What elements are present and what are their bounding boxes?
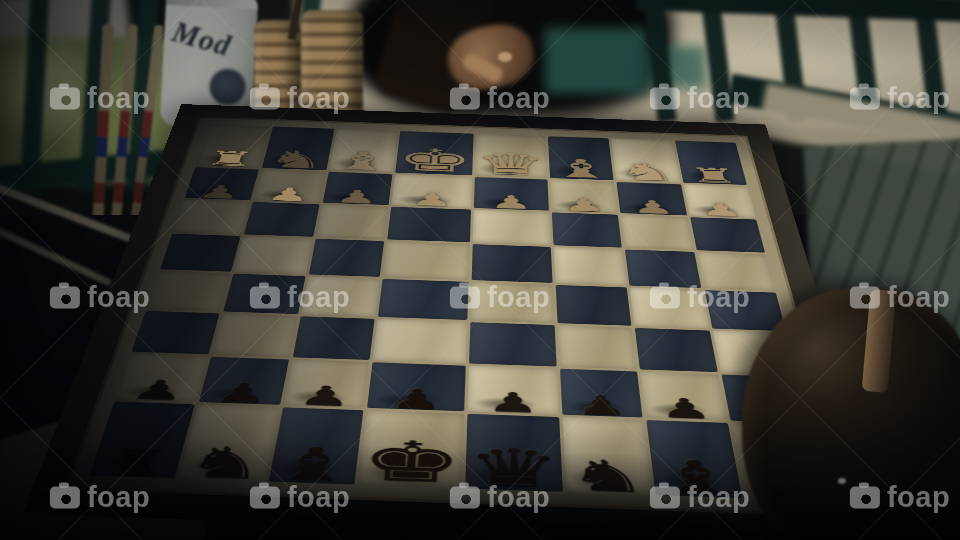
square-r3c3[interactable] <box>383 241 470 279</box>
square-r1c1[interactable]: ♟ <box>254 170 326 203</box>
square-r5c4[interactable] <box>469 322 556 367</box>
square-r4c6[interactable] <box>630 287 709 328</box>
square-r0c3[interactable]: ♚ <box>395 131 473 175</box>
square-r0c5[interactable]: ♝ <box>548 136 614 180</box>
piece-white-pawn[interactable]: ♟ <box>562 196 606 215</box>
square-r7c1[interactable]: ♞ <box>179 404 280 481</box>
piece-white-pawn[interactable]: ♟ <box>195 183 243 202</box>
board-grid: ♜♞♝♚♛♝♞♜♟♟♟♟♟♟♟♟♟♟♟♟♟♟♟♟♜♞♝♚♛♞♝♜ <box>89 124 832 501</box>
large-dark-carved-piece <box>742 288 960 540</box>
square-r5c6[interactable] <box>635 328 717 373</box>
piece-black-pawn[interactable]: ♟ <box>389 386 443 413</box>
square-r7c0[interactable]: ♜ <box>89 401 195 478</box>
piece-white-rook[interactable]: ♜ <box>687 166 741 187</box>
square-r0c2[interactable]: ♝ <box>329 129 398 173</box>
square-r2c5[interactable] <box>552 212 622 247</box>
square-r3c4[interactable] <box>472 244 553 282</box>
square-r2c4[interactable] <box>473 209 551 245</box>
square-r3c7[interactable] <box>697 252 775 290</box>
piece-white-king[interactable]: ♚ <box>395 145 473 177</box>
photo-scene: Mod ♜♞♝♚♛♝♞♜♟♟♟♟♟♟♟♟♟♟♟♟♟♟♟♟♜♞♝♚♛♞♝♜ foa… <box>0 0 960 540</box>
square-r0c7[interactable]: ♜ <box>675 141 747 185</box>
square-r7c6[interactable]: ♝ <box>647 420 742 498</box>
piece-white-pawn[interactable]: ♟ <box>410 190 454 209</box>
piece-white-knight[interactable]: ♞ <box>616 159 678 184</box>
square-r3c6[interactable] <box>625 250 701 288</box>
square-r3c0[interactable] <box>160 234 241 272</box>
square-r2c6[interactable] <box>621 215 694 251</box>
square-r1c6[interactable]: ♟ <box>617 182 687 215</box>
square-r6c0[interactable]: ♟ <box>115 354 208 402</box>
square-r3c2[interactable] <box>309 239 385 277</box>
piece-black-knight[interactable]: ♞ <box>567 454 649 498</box>
square-r6c3[interactable]: ♟ <box>367 363 466 411</box>
square-r4c4[interactable] <box>471 282 555 323</box>
square-r0c4[interactable]: ♛ <box>475 134 547 178</box>
piece-white-pawn[interactable]: ♟ <box>334 188 380 207</box>
square-r6c1[interactable]: ♟ <box>199 357 288 405</box>
square-r5c3[interactable] <box>373 319 468 364</box>
piece-white-pawn[interactable]: ♟ <box>490 193 533 212</box>
square-r7c4[interactable]: ♛ <box>465 414 562 492</box>
square-r1c7[interactable]: ♟ <box>683 184 755 217</box>
square-r4c3[interactable] <box>378 279 469 320</box>
piece-black-pawn[interactable]: ♟ <box>487 389 540 416</box>
square-r5c5[interactable] <box>558 325 637 369</box>
square-r7c5[interactable]: ♞ <box>562 417 652 495</box>
square-r4c7[interactable] <box>704 290 786 331</box>
square-r1c5[interactable]: ♟ <box>550 180 618 213</box>
piece-black-pawn[interactable]: ♟ <box>657 395 713 423</box>
square-r4c0[interactable] <box>146 271 230 312</box>
piece-white-pawn[interactable]: ♟ <box>265 185 312 204</box>
square-r7c2[interactable]: ♝ <box>268 407 363 484</box>
square-r5c2[interactable] <box>292 316 374 360</box>
square-r5c1[interactable] <box>212 314 297 358</box>
square-r0c1[interactable]: ♞ <box>262 127 334 171</box>
piece-white-bishop[interactable]: ♝ <box>329 148 395 174</box>
white-speck <box>838 478 846 484</box>
piece-white-pawn[interactable]: ♟ <box>698 200 745 219</box>
piece-white-pawn[interactable]: ♟ <box>630 198 676 217</box>
square-r4c2[interactable] <box>301 276 380 317</box>
piece-black-king[interactable]: ♚ <box>358 434 464 490</box>
square-r1c3[interactable]: ♟ <box>391 174 472 207</box>
square-r1c0[interactable]: ♟ <box>185 167 259 200</box>
piece-black-pawn[interactable]: ♟ <box>128 377 188 404</box>
square-r3c1[interactable] <box>234 236 312 274</box>
piece-black-pawn[interactable]: ♟ <box>575 393 629 421</box>
square-r0c0[interactable]: ♜ <box>196 124 271 168</box>
square-r4c5[interactable] <box>555 285 631 326</box>
square-r2c7[interactable] <box>690 217 765 253</box>
square-r7c3[interactable]: ♚ <box>358 410 464 488</box>
square-r4c1[interactable] <box>224 273 306 314</box>
piece-black-knight[interactable]: ♞ <box>181 441 269 484</box>
square-r5c0[interactable] <box>132 311 220 355</box>
piece-black-pawn[interactable]: ♟ <box>212 380 270 407</box>
square-r6c4[interactable]: ♟ <box>468 366 559 414</box>
square-r2c2[interactable] <box>316 204 389 239</box>
piece-black-bishop[interactable]: ♝ <box>269 441 359 487</box>
square-r6c2[interactable]: ♟ <box>283 360 369 408</box>
piece-white-bishop[interactable]: ♝ <box>549 156 613 182</box>
square-r2c1[interactable] <box>244 202 319 237</box>
square-r2c0[interactable] <box>173 199 251 234</box>
square-r1c2[interactable]: ♟ <box>323 172 393 205</box>
piece-black-queen[interactable]: ♛ <box>465 441 562 494</box>
square-r3c5[interactable] <box>554 247 627 285</box>
piece-black-pawn[interactable]: ♟ <box>297 383 353 410</box>
square-r2c3[interactable] <box>387 207 471 243</box>
square-r0c6[interactable]: ♞ <box>611 138 680 182</box>
piece-white-knight[interactable]: ♞ <box>264 147 328 172</box>
piece-white-queen[interactable]: ♛ <box>475 149 547 179</box>
piece-black-bishop[interactable]: ♝ <box>652 454 742 500</box>
square-r6c5[interactable]: ♟ <box>560 369 643 417</box>
piece-white-rook[interactable]: ♜ <box>202 149 257 170</box>
square-r6c6[interactable]: ♟ <box>641 372 727 420</box>
board-margin: ♜♞♝♚♛♝♞♜♟♟♟♟♟♟♟♟♟♟♟♟♟♟♟♟♜♞♝♚♛♞♝♜ <box>64 117 855 518</box>
piece-black-rook[interactable]: ♜ <box>97 445 174 482</box>
